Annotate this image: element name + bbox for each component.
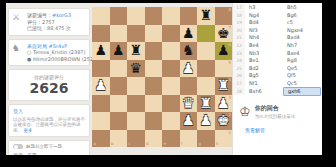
file-coordinate: g (199, 142, 202, 146)
knight-icon: ♞ (12, 44, 20, 53)
signin-card: 登入 以访客身份游玩谜题，评分变化将不会被保存。注册账号以记录您的进度。 更多 (8, 104, 90, 137)
black-player-name[interactable]: Hilmir2000BROWN (2529) (33, 56, 98, 62)
square-d6[interactable] (145, 42, 163, 60)
difficulty-label: 难度 (13, 152, 23, 155)
rank-coordinate: 2 (228, 113, 231, 117)
square-a7[interactable] (92, 25, 110, 43)
square-c7[interactable] (127, 25, 145, 43)
chess-board: ♜8♟♚7♟♟♜♞♟6♛♟5♟♜4♛♜♟3♟♟♚2abcdefg1h (92, 7, 232, 147)
page-content: ⚔ 谜题编号：#korG3 评分：2757 已游玩：88,475 次 ♞ 来自对… (6, 3, 322, 155)
square-f5[interactable]: ♟ (180, 60, 198, 78)
white-move[interactable]: h3 (245, 4, 283, 12)
left-sidebar: ⚔ 谜题编号：#korG3 评分：2757 已游玩：88,475 次 ♞ 来自对… (8, 8, 90, 155)
square-b6[interactable]: ♟ (110, 42, 128, 60)
square-h8[interactable]: 8 (215, 7, 233, 25)
white-move[interactable]: Bg5 (245, 72, 283, 80)
square-b1[interactable]: b (110, 130, 128, 148)
piece-black-queen[interactable]: ♛ (127, 60, 145, 78)
square-d5[interactable] (145, 60, 163, 78)
move-row: 28Bxh6gxh6 (233, 88, 322, 96)
black-move[interactable]: Bxe4 (283, 50, 321, 58)
square-c1[interactable]: c (127, 130, 145, 148)
file-coordinate: d (146, 142, 149, 146)
move-row: 20Nf3Ngxe4 (233, 27, 322, 35)
white-move[interactable]: Be1 (245, 57, 283, 65)
rank-coordinate: 6 (228, 43, 231, 47)
square-g1[interactable]: g (197, 130, 215, 148)
app-window: ⚔ 谜题编号：#korG3 评分：2757 已游玩：88,475 次 ♞ 来自对… (0, 0, 336, 167)
puzzle-id-link[interactable]: #korG3 (52, 12, 71, 18)
square-a1[interactable]: a (92, 130, 110, 148)
piece-black-pawn[interactable]: ♟ (180, 25, 198, 43)
white-move[interactable]: Be4 (245, 42, 283, 50)
user-rating-card: 你的谜题评分 2626 (8, 69, 90, 101)
square-h4[interactable]: ♜4 (215, 77, 233, 95)
move-number: 17 (233, 4, 245, 12)
move-row: 24Be1Rg8 (233, 57, 322, 65)
move-number: 25 (233, 65, 245, 73)
piece-black-rook[interactable]: ♜ (127, 42, 145, 60)
piece-white-rook[interactable]: ♜ (197, 95, 215, 113)
square-f1[interactable]: f (180, 130, 198, 148)
turn-title: 你的回合 (255, 104, 296, 113)
square-h5[interactable]: 5 (215, 60, 233, 78)
square-f7[interactable]: ♟ (180, 25, 198, 43)
file-coordinate: b (111, 142, 114, 146)
piece-black-pawn[interactable]: ♟ (92, 42, 110, 60)
square-b8[interactable] (110, 7, 128, 25)
white-player-name[interactable]: Teresa_Kristin (2387) (33, 49, 86, 55)
white-move[interactable]: Ng4 (245, 12, 283, 20)
move-number: 22 (233, 42, 245, 50)
white-move[interactable]: Nh4 (245, 34, 283, 42)
square-a8[interactable] (92, 7, 110, 25)
piece-black-pawn[interactable]: ♟ (110, 42, 128, 60)
rank-coordinate: 8 (228, 8, 231, 12)
square-f6[interactable]: ♞ (180, 42, 198, 60)
square-d7[interactable] (145, 25, 163, 43)
move-row: 17h3Bh5 (233, 4, 322, 12)
move-row: 21Nh4Bxd4 (233, 34, 322, 42)
square-d8[interactable] (145, 7, 163, 25)
black-move[interactable]: Bxd4 (283, 34, 321, 42)
view-solution-button[interactable]: 查看解答 (239, 126, 271, 134)
square-c4[interactable] (127, 77, 145, 95)
square-a3[interactable] (92, 95, 110, 113)
square-c8[interactable] (127, 7, 145, 25)
move-row: 23Nb3Bxe4 (233, 50, 322, 58)
square-d2[interactable] (145, 112, 163, 130)
square-b2[interactable] (110, 112, 128, 130)
turn-subtitle: 为白方找到最佳着法 (255, 114, 296, 119)
square-d4[interactable] (145, 77, 163, 95)
puzzle-id-label: 谜题编号： (27, 12, 52, 18)
file-coordinate: h (216, 142, 219, 146)
puzzle-plays-value: 88,475 次 (47, 25, 71, 31)
square-b5[interactable] (110, 60, 128, 78)
square-b3[interactable] (110, 95, 128, 113)
move-row: 26Bg5Qf5 (233, 72, 322, 80)
move-number: 28 (233, 88, 245, 96)
square-e3[interactable] (162, 95, 180, 113)
white-move[interactable]: Bxh6 (245, 88, 283, 96)
square-c3[interactable] (127, 95, 145, 113)
square-e5[interactable] (162, 60, 180, 78)
rank-coordinate: 5 (228, 61, 231, 65)
square-b7[interactable] (110, 25, 128, 43)
puzzle-info-card: ⚔ 谜题编号：#korG3 评分：2757 已游玩：88,475 次 (8, 8, 90, 36)
square-g2[interactable]: ♟ (197, 112, 215, 130)
black-move[interactable]: Bg6 (283, 12, 321, 20)
black-move[interactable]: Ngxe4 (283, 27, 321, 35)
square-d1[interactable]: d (145, 130, 163, 148)
toggle-knob (14, 145, 18, 149)
white-king-icon: ♔ (239, 105, 251, 119)
square-g4[interactable] (197, 77, 215, 95)
white-move[interactable]: Nb3 (245, 50, 283, 58)
move-row: 18Ng4Bg6 (233, 12, 322, 20)
file-coordinate: e (164, 142, 166, 146)
black-move[interactable]: Qe5 (283, 65, 321, 73)
black-move[interactable]: Rg8 (283, 57, 321, 65)
square-c6[interactable]: ♜ (127, 42, 145, 60)
square-f3[interactable]: ♛ (180, 95, 198, 113)
puzzle-rating-value: 2757 (42, 19, 55, 25)
black-move[interactable]: Qf5 (283, 72, 321, 80)
rank-coordinate: 4 (228, 78, 231, 82)
square-b4[interactable] (110, 77, 128, 95)
white-move[interactable]: Bd2 (245, 65, 283, 73)
square-g7[interactable] (197, 25, 215, 43)
piece-white-pawn[interactable]: ♟ (197, 112, 215, 130)
piece-white-pawn[interactable]: ♟ (180, 60, 198, 78)
square-e6[interactable] (162, 42, 180, 60)
square-h1[interactable]: 1h (215, 130, 233, 148)
rank-coordinate: 7 (228, 26, 231, 30)
signin-link[interactable]: 登入 (13, 108, 85, 115)
white-move[interactable]: Nf3 (245, 27, 283, 35)
auto-next-toggle[interactable] (13, 144, 23, 149)
source-game-card: ♞ 来自对局 #Sr4vP ○ Teresa_Kristin (2387) ● … (8, 39, 90, 67)
square-h3[interactable]: ♟3 (215, 95, 233, 113)
move-number: 19 (233, 19, 245, 27)
square-g6[interactable] (197, 42, 215, 60)
square-h7[interactable]: ♚7 (215, 25, 233, 43)
square-e4[interactable] (162, 77, 180, 95)
difficulty-select[interactable]: 正常 ▾ (27, 152, 41, 155)
square-c5[interactable]: ♛ (127, 60, 145, 78)
file-coordinate: f (181, 142, 182, 146)
file-coordinate: a (94, 142, 96, 146)
move-list: 17h3Bh518Ng4Bg619Bd4c520Nf3Ngxe421Nh4Bxd… (233, 3, 322, 95)
square-g5[interactable] (197, 60, 215, 78)
move-number: 26 (233, 72, 245, 80)
move-number: 21 (233, 34, 245, 42)
signin-more-link[interactable]: 更多 (23, 128, 32, 133)
square-h2[interactable]: ♚2 (215, 112, 233, 130)
square-h6[interactable]: ♟6 (215, 42, 233, 60)
square-c2[interactable] (127, 112, 145, 130)
square-e8[interactable] (162, 7, 180, 25)
auto-next-label: 解题后立即下一题 (26, 144, 62, 149)
move-number: 24 (233, 57, 245, 65)
move-number: 20 (233, 27, 245, 35)
turn-panel: ♔ 你的回合 为白方找到最佳着法 查看解答 (233, 104, 322, 134)
move-number: 23 (233, 50, 245, 58)
move-row: 19Bd4c5 (233, 19, 322, 27)
piece-black-rook[interactable]: ♜ (197, 7, 215, 25)
black-move[interactable]: Bh5 (283, 4, 321, 12)
piece-white-queen[interactable]: ♛ (180, 95, 198, 113)
user-rating-value: 2626 (11, 80, 87, 96)
move-row: 25Bd2Qe5 (233, 65, 322, 73)
rank-coordinate: 3 (228, 96, 231, 100)
move-number: 27 (233, 80, 245, 88)
piece-black-knight[interactable]: ♞ (180, 42, 198, 60)
square-a4[interactable]: ♟ (92, 77, 110, 95)
black-player-dot: ● (27, 56, 31, 62)
square-g3[interactable]: ♜ (197, 95, 215, 113)
rank-coordinate: 1 (228, 131, 231, 135)
move-row: 22Be4Nh7 (233, 42, 322, 50)
square-f4[interactable] (180, 77, 198, 95)
right-panel: 17h3Bh518Ng4Bg619Bd4c520Nf3Ngxe421Nh4Bxd… (232, 3, 322, 155)
black-move[interactable]: c5 (283, 19, 321, 27)
piece-white-pawn[interactable]: ♟ (180, 112, 198, 130)
white-move[interactable]: Bd4 (245, 19, 283, 27)
square-f2[interactable]: ♟ (180, 112, 198, 130)
square-d3[interactable] (145, 95, 163, 113)
square-a2[interactable] (92, 112, 110, 130)
puzzle-settings-card: 解题后立即下一题 难度 正常 ▾ 谜题主题 (8, 140, 90, 155)
square-e2[interactable] (162, 112, 180, 130)
move-number: 18 (233, 12, 245, 20)
black-move[interactable]: Nh7 (283, 42, 321, 50)
chevron-down-icon: ▾ (39, 153, 41, 155)
square-g8[interactable]: ♜ (197, 7, 215, 25)
piece-white-pawn[interactable]: ♟ (92, 77, 110, 95)
file-coordinate: c (129, 142, 131, 146)
square-e7[interactable] (162, 25, 180, 43)
white-move[interactable]: Nf1 (245, 80, 283, 88)
square-a5[interactable] (92, 60, 110, 78)
square-f8[interactable] (180, 7, 198, 25)
puzzle-plays-label: 已游玩： (27, 25, 47, 31)
square-e1[interactable]: e (162, 130, 180, 148)
square-a6[interactable]: ♟ (92, 42, 110, 60)
black-move[interactable]: gxh6 (283, 87, 321, 97)
puzzle-rating-label: 评分： (27, 19, 42, 25)
white-player-dot: ○ (27, 49, 31, 55)
crossed-swords-icon: ⚔ (12, 13, 20, 22)
